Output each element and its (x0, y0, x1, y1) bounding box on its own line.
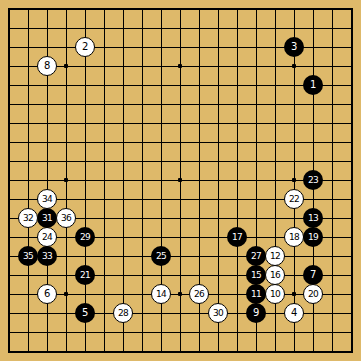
stone-white-18[interactable]: 18 (284, 227, 304, 247)
star-point (292, 292, 296, 296)
stone-white-4[interactable]: 4 (284, 303, 304, 323)
stone-white-2[interactable]: 2 (75, 37, 95, 57)
stone-black-1[interactable]: 1 (303, 75, 323, 95)
stone-black-21[interactable]: 21 (75, 265, 95, 285)
star-point (292, 64, 296, 68)
stone-white-16[interactable]: 16 (265, 265, 285, 285)
stone-white-30[interactable]: 30 (208, 303, 228, 323)
stone-white-20[interactable]: 20 (303, 284, 323, 304)
grid-hline (9, 275, 352, 276)
grid-vline (237, 9, 238, 352)
stone-black-3[interactable]: 3 (284, 37, 304, 57)
stone-black-31[interactable]: 31 (37, 208, 57, 228)
stone-white-26[interactable]: 26 (189, 284, 209, 304)
stone-black-13[interactable]: 13 (303, 208, 323, 228)
grid-vline (218, 9, 219, 352)
go-board[interactable]: 1234567891011121314151617181920212223242… (0, 0, 361, 361)
star-point (64, 178, 68, 182)
stone-black-33[interactable]: 33 (37, 246, 57, 266)
star-point (178, 292, 182, 296)
stone-white-10[interactable]: 10 (265, 284, 285, 304)
grid-vline (332, 9, 333, 352)
grid-vline (351, 9, 352, 352)
star-point (64, 292, 68, 296)
grid-hline (9, 332, 352, 333)
stone-white-12[interactable]: 12 (265, 246, 285, 266)
stone-black-35[interactable]: 35 (18, 246, 38, 266)
stone-black-5[interactable]: 5 (75, 303, 95, 323)
stone-black-27[interactable]: 27 (246, 246, 266, 266)
stone-black-11[interactable]: 11 (246, 284, 266, 304)
stone-white-14[interactable]: 14 (151, 284, 171, 304)
stone-black-9[interactable]: 9 (246, 303, 266, 323)
grid-hline (9, 351, 352, 352)
stone-black-15[interactable]: 15 (246, 265, 266, 285)
stone-black-29[interactable]: 29 (75, 227, 95, 247)
star-point (178, 178, 182, 182)
stone-black-17[interactable]: 17 (227, 227, 247, 247)
stone-black-19[interactable]: 19 (303, 227, 323, 247)
stone-black-23[interactable]: 23 (303, 170, 323, 190)
stone-white-28[interactable]: 28 (113, 303, 133, 323)
stone-white-34[interactable]: 34 (37, 189, 57, 209)
stone-black-25[interactable]: 25 (151, 246, 171, 266)
star-point (292, 178, 296, 182)
stone-white-8[interactable]: 8 (37, 56, 57, 76)
stone-black-7[interactable]: 7 (303, 265, 323, 285)
stone-white-36[interactable]: 36 (56, 208, 76, 228)
stone-white-6[interactable]: 6 (37, 284, 57, 304)
star-point (64, 64, 68, 68)
grid-hline (9, 256, 352, 257)
stone-white-24[interactable]: 24 (37, 227, 57, 247)
star-point (178, 64, 182, 68)
stone-white-22[interactable]: 22 (284, 189, 304, 209)
stone-white-32[interactable]: 32 (18, 208, 38, 228)
